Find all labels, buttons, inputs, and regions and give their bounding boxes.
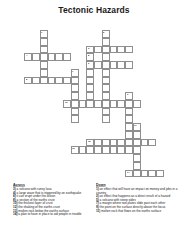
grid-cell[interactable]: 2 [102,30,110,38]
grid-cell[interactable] [148,170,156,178]
grid-cell[interactable] [86,92,94,100]
grid-cell[interactable] [148,139,156,147]
grid-cell[interactable] [86,77,94,85]
cell-number: 4 [26,54,27,56]
grid-cell[interactable] [102,84,110,92]
grid-cell[interactable] [86,84,94,92]
grid-cell[interactable] [110,100,118,108]
grid-cell[interactable] [40,77,48,85]
down-clue-list: 1) an effect that will have an impact on… [96,188,184,213]
grid-cell[interactable] [117,46,125,54]
grid-cell[interactable] [117,139,125,147]
grid-cell[interactable] [79,100,87,108]
grid-cell[interactable] [63,53,71,61]
grid-cell[interactable] [110,61,118,69]
grid-cell[interactable] [94,61,102,69]
grid-cell[interactable] [125,131,133,139]
grid-cell[interactable]: 14 [125,170,133,178]
grid-cell[interactable]: 9 [125,92,133,100]
grid-cell[interactable] [102,69,110,77]
grid-cell[interactable] [71,92,79,100]
down-clues-section: Down 1) an effect that will have an impa… [96,183,184,212]
grid-cell[interactable] [102,38,110,46]
grid-cell[interactable] [102,146,110,154]
cell-number: 9 [127,93,128,95]
grid-cell[interactable] [110,139,118,147]
grid-cell[interactable]: 12 [86,139,94,147]
grid-cell[interactable] [102,115,110,123]
grid-cell[interactable] [71,100,79,108]
grid-cell[interactable] [55,77,63,85]
grid-cell[interactable] [156,170,164,178]
cell-number: 2 [103,31,104,33]
grid-cell[interactable]: 4 [24,53,32,61]
grid-cell[interactable] [133,154,141,162]
grid-cell[interactable] [102,139,110,147]
grid-cell[interactable] [86,69,94,77]
grid-cell[interactable] [63,77,71,85]
grid-cell[interactable] [94,46,102,54]
grid-cell[interactable] [133,146,141,154]
grid-cell[interactable]: 5 [86,53,94,61]
grid-cell[interactable] [141,139,149,147]
grid-cell[interactable] [133,162,141,170]
grid-cell[interactable] [133,100,141,108]
cell-number: 10 [65,101,68,103]
grid-cell[interactable] [125,123,133,131]
clue-number: 14) [13,212,18,215]
grid-cell[interactable]: 6 [86,61,94,69]
cell-number: 7 [72,70,73,72]
grid-cell[interactable] [40,46,48,54]
grid-cell[interactable] [125,100,133,108]
grid-cell[interactable] [48,53,56,61]
grid-cell[interactable]: 1 [40,30,48,38]
grid-cell[interactable] [79,146,87,154]
clue-item: 14) a plan to have in place to aid peopl… [13,212,94,216]
across-clues-section: Across 3) a volcano with runny lava4) a … [13,183,94,216]
grid-cell[interactable] [71,77,79,85]
page-title: Tectonic Hazards [0,5,188,15]
clue-item: 11) molten rock that flows on the earths… [96,209,184,213]
down-header: Down [96,183,184,187]
grid-cell[interactable] [125,115,133,123]
grid-cell[interactable]: 3 [86,46,94,54]
grid-cell[interactable] [133,139,141,147]
cell-number: 14 [127,171,130,173]
grid-cell[interactable] [94,146,102,154]
grid-cell[interactable] [48,77,56,85]
cell-number: 12 [88,140,91,142]
grid-cell[interactable]: 10 [63,100,71,108]
grid-cell[interactable] [40,61,48,69]
grid-cell[interactable] [110,146,118,154]
grid-cell[interactable] [102,46,110,54]
clue-number: 11) [96,209,101,212]
grid-cell[interactable]: 11 [133,123,141,131]
cell-number: 6 [88,62,89,64]
grid-cell[interactable] [141,170,149,178]
grid-cell[interactable]: 13 [71,146,79,154]
cell-number: 8 [26,78,27,80]
cell-number: 1 [41,31,42,33]
grid-cell[interactable] [102,61,110,69]
grid-cell[interactable] [55,53,63,61]
grid-cell[interactable] [102,100,110,108]
grid-cell[interactable] [102,77,110,85]
grid-cell[interactable] [71,115,79,123]
cell-number: 11 [134,124,136,126]
cell-number: 5 [88,54,89,56]
grid-cell[interactable] [133,170,141,178]
crossword-worksheet: Tectonic Hazards 1234567891011121314 Acr… [0,0,188,243]
grid-cell[interactable] [117,146,125,154]
grid-cell[interactable] [40,38,48,46]
grid-cell[interactable] [125,46,133,54]
grid-cell[interactable] [102,108,110,116]
grid-cell[interactable] [117,100,125,108]
grid-cell[interactable] [40,69,48,77]
grid-cell[interactable] [86,100,94,108]
grid-cell[interactable] [102,92,110,100]
across-header: Across [13,183,94,187]
cell-number: 3 [88,47,89,49]
grid-cell[interactable] [86,146,94,154]
grid-cell[interactable] [133,131,141,139]
grid-cell[interactable] [125,146,133,154]
across-clue-list: 3) a volcano with runny lava4) a large w… [13,188,94,216]
grid-cell[interactable] [32,77,40,85]
clue-item: 1) an effect that will have an impact on… [96,188,184,195]
grid-cell[interactable] [125,108,133,116]
grid-cell[interactable]: 7 [71,69,79,77]
grid-cell[interactable] [117,61,125,69]
grid-cell[interactable] [32,53,40,61]
clue-number: 1) [96,188,100,191]
grid-cell[interactable] [125,139,133,147]
grid-cell[interactable] [94,100,102,108]
grid-cell[interactable] [71,108,79,116]
grid-cell[interactable] [71,84,79,92]
grid-cell[interactable] [40,53,48,61]
cell-number: 13 [72,147,75,149]
grid-cell[interactable] [110,46,118,54]
grid-cell[interactable]: 8 [24,77,32,85]
grid-cell[interactable] [125,61,133,69]
grid-cell[interactable] [102,53,110,61]
grid-cell[interactable] [94,139,102,147]
